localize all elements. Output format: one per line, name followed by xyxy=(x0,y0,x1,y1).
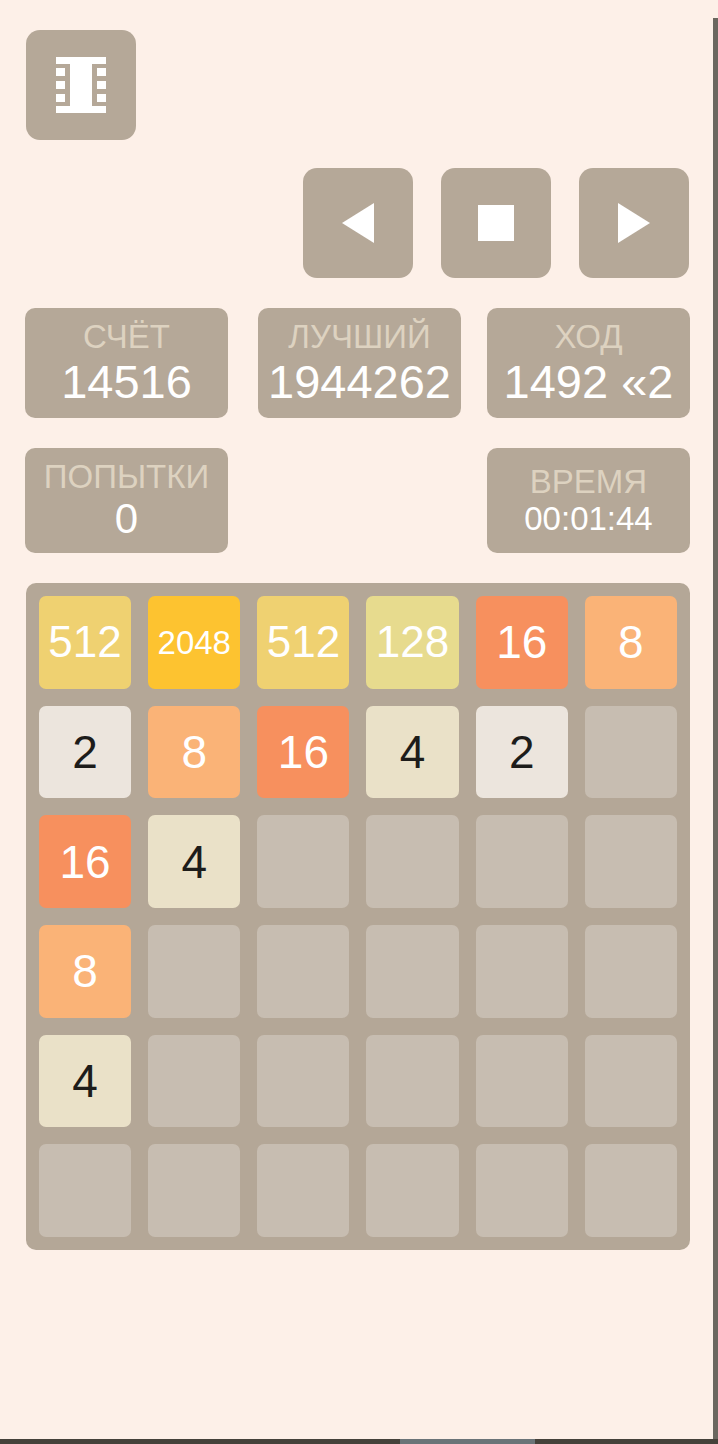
tile-8-r1c6: 8 xyxy=(585,596,677,689)
step-forward-icon xyxy=(612,201,656,245)
empty-cell-r5c4 xyxy=(366,1035,458,1128)
horizontal-scrollbar-thumb[interactable] xyxy=(400,1439,535,1444)
empty-cell-r3c6 xyxy=(585,815,677,908)
time-box: ВРЕМЯ 00:01:44 xyxy=(487,448,690,553)
empty-cell-r6c1 xyxy=(39,1144,131,1237)
game-board[interactable]: 512204851212816828164216484 xyxy=(26,583,690,1250)
time-value: 00:01:44 xyxy=(524,501,652,537)
move-value: 1492 «2 xyxy=(504,356,674,408)
tile-16-r1c5: 16 xyxy=(476,596,568,689)
tile-4-r3c2: 4 xyxy=(148,815,240,908)
empty-cell-r5c3 xyxy=(257,1035,349,1128)
empty-cell-r4c4 xyxy=(366,925,458,1018)
stop-button[interactable] xyxy=(441,168,551,278)
tile-16-r3c1: 16 xyxy=(39,815,131,908)
empty-cell-r6c5 xyxy=(476,1144,568,1237)
tile-4-r5c1: 4 xyxy=(39,1035,131,1128)
empty-cell-r3c5 xyxy=(476,815,568,908)
tile-2-r2c1: 2 xyxy=(39,706,131,799)
film-strip-icon xyxy=(55,56,107,114)
window-bottom-edge xyxy=(0,1439,718,1444)
tile-4-r2c4: 4 xyxy=(366,706,458,799)
tile-512-r1c3: 512 xyxy=(257,596,349,689)
empty-cell-r5c6 xyxy=(585,1035,677,1128)
time-label: ВРЕМЯ xyxy=(530,463,647,501)
replay-film-button[interactable] xyxy=(26,30,136,140)
attempts-box: ПОПЫТКИ 0 xyxy=(25,448,228,553)
score-box: СЧЁТ 14516 xyxy=(25,308,228,418)
best-score-label: ЛУЧШИЙ xyxy=(288,318,430,356)
empty-cell-r6c3 xyxy=(257,1144,349,1237)
attempts-value: 0 xyxy=(115,496,138,542)
empty-cell-r6c2 xyxy=(148,1144,240,1237)
tile-512-r1c1: 512 xyxy=(39,596,131,689)
empty-cell-r5c2 xyxy=(148,1035,240,1128)
tile-8-r4c1: 8 xyxy=(39,925,131,1018)
app-window: СЧЁТ 14516 ЛУЧШИЙ 1944262 ХОД 1492 «2 ПО… xyxy=(0,0,718,1444)
tile-2048-r1c2: 2048 xyxy=(148,596,240,689)
best-score-box: ЛУЧШИЙ 1944262 xyxy=(258,308,461,418)
attempts-label: ПОПЫТКИ xyxy=(44,458,209,496)
empty-cell-r4c3 xyxy=(257,925,349,1018)
empty-cell-r3c4 xyxy=(366,815,458,908)
move-label: ХОД xyxy=(554,318,622,356)
step-forward-button[interactable] xyxy=(579,168,689,278)
empty-cell-r5c5 xyxy=(476,1035,568,1128)
tile-2-r2c5: 2 xyxy=(476,706,568,799)
empty-cell-r3c3 xyxy=(257,815,349,908)
empty-cell-r4c6 xyxy=(585,925,677,1018)
step-back-button[interactable] xyxy=(303,168,413,278)
score-value: 14516 xyxy=(61,356,192,408)
step-back-icon xyxy=(336,201,380,245)
empty-cell-r2c6 xyxy=(585,706,677,799)
empty-cell-r4c2 xyxy=(148,925,240,1018)
stop-icon xyxy=(474,201,518,245)
score-label: СЧЁТ xyxy=(83,318,170,356)
window-right-edge xyxy=(713,18,718,1439)
empty-cell-r6c4 xyxy=(366,1144,458,1237)
tile-128-r1c4: 128 xyxy=(366,596,458,689)
empty-cell-r6c6 xyxy=(585,1144,677,1237)
tile-8-r2c2: 8 xyxy=(148,706,240,799)
empty-cell-r4c5 xyxy=(476,925,568,1018)
move-box: ХОД 1492 «2 xyxy=(487,308,690,418)
tile-16-r2c3: 16 xyxy=(257,706,349,799)
best-score-value: 1944262 xyxy=(268,356,451,408)
